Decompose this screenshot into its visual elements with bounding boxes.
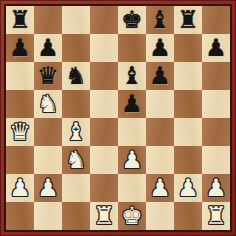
square-g4[interactable] bbox=[174, 118, 202, 146]
square-d6[interactable] bbox=[90, 62, 118, 90]
square-a6[interactable] bbox=[6, 62, 34, 90]
square-g8[interactable]: ♜ bbox=[174, 6, 202, 34]
square-h8[interactable] bbox=[202, 6, 230, 34]
square-a5[interactable] bbox=[6, 90, 34, 118]
white-pawn[interactable]: ♟ bbox=[205, 174, 227, 202]
square-f5[interactable] bbox=[146, 90, 174, 118]
square-a7[interactable]: ♟ bbox=[6, 34, 34, 62]
square-h7[interactable]: ♟ bbox=[202, 34, 230, 62]
square-f2[interactable]: ♟ bbox=[146, 174, 174, 202]
square-d8[interactable] bbox=[90, 6, 118, 34]
square-a2[interactable]: ♟ bbox=[6, 174, 34, 202]
square-e3[interactable]: ♟ bbox=[118, 146, 146, 174]
square-d1[interactable]: ♜ bbox=[90, 202, 118, 230]
black-pawn[interactable]: ♟ bbox=[149, 34, 171, 62]
square-f6[interactable]: ♟ bbox=[146, 62, 174, 90]
square-d7[interactable] bbox=[90, 34, 118, 62]
white-rook[interactable]: ♜ bbox=[93, 202, 115, 230]
black-bishop[interactable]: ♝ bbox=[121, 62, 143, 90]
square-a1[interactable] bbox=[6, 202, 34, 230]
square-c6[interactable]: ♞ bbox=[62, 62, 90, 90]
square-e8[interactable]: ♚ bbox=[118, 6, 146, 34]
white-bishop[interactable]: ♝ bbox=[65, 118, 87, 146]
square-g3[interactable] bbox=[174, 146, 202, 174]
black-king[interactable]: ♚ bbox=[121, 6, 143, 34]
square-c2[interactable] bbox=[62, 174, 90, 202]
square-e4[interactable] bbox=[118, 118, 146, 146]
square-b8[interactable] bbox=[34, 6, 62, 34]
square-a8[interactable]: ♜ bbox=[6, 6, 34, 34]
square-e2[interactable] bbox=[118, 174, 146, 202]
square-f4[interactable] bbox=[146, 118, 174, 146]
square-h3[interactable] bbox=[202, 146, 230, 174]
square-c4[interactable]: ♝ bbox=[62, 118, 90, 146]
black-bishop[interactable]: ♝ bbox=[149, 6, 171, 34]
board-frame: ♜♚♝♜♟♟♟♟♛♞♝♟♞♟♛♝♞♟♟♟♟♟♟♜♚♜ bbox=[0, 0, 236, 236]
black-pawn[interactable]: ♟ bbox=[37, 34, 59, 62]
square-c5[interactable] bbox=[62, 90, 90, 118]
square-d2[interactable] bbox=[90, 174, 118, 202]
white-king[interactable]: ♚ bbox=[121, 202, 143, 230]
white-knight[interactable]: ♞ bbox=[65, 146, 87, 174]
white-pawn[interactable]: ♟ bbox=[177, 174, 199, 202]
square-b4[interactable] bbox=[34, 118, 62, 146]
square-d4[interactable] bbox=[90, 118, 118, 146]
square-a3[interactable] bbox=[6, 146, 34, 174]
square-e1[interactable]: ♚ bbox=[118, 202, 146, 230]
square-c8[interactable] bbox=[62, 6, 90, 34]
black-rook[interactable]: ♜ bbox=[177, 6, 199, 34]
square-f7[interactable]: ♟ bbox=[146, 34, 174, 62]
square-g7[interactable] bbox=[174, 34, 202, 62]
square-h5[interactable] bbox=[202, 90, 230, 118]
square-e5[interactable]: ♟ bbox=[118, 90, 146, 118]
square-c1[interactable] bbox=[62, 202, 90, 230]
black-rook[interactable]: ♜ bbox=[9, 6, 31, 34]
square-g6[interactable] bbox=[174, 62, 202, 90]
square-c3[interactable]: ♞ bbox=[62, 146, 90, 174]
square-b7[interactable]: ♟ bbox=[34, 34, 62, 62]
white-rook[interactable]: ♜ bbox=[205, 202, 227, 230]
square-c7[interactable] bbox=[62, 34, 90, 62]
square-h6[interactable] bbox=[202, 62, 230, 90]
square-h2[interactable]: ♟ bbox=[202, 174, 230, 202]
white-pawn[interactable]: ♟ bbox=[149, 174, 171, 202]
square-a4[interactable]: ♛ bbox=[6, 118, 34, 146]
black-queen[interactable]: ♛ bbox=[37, 62, 59, 90]
square-b5[interactable]: ♞ bbox=[34, 90, 62, 118]
square-f3[interactable] bbox=[146, 146, 174, 174]
black-pawn[interactable]: ♟ bbox=[149, 62, 171, 90]
square-e6[interactable]: ♝ bbox=[118, 62, 146, 90]
black-pawn[interactable]: ♟ bbox=[121, 90, 143, 118]
square-b6[interactable]: ♛ bbox=[34, 62, 62, 90]
square-h1[interactable]: ♜ bbox=[202, 202, 230, 230]
square-g1[interactable] bbox=[174, 202, 202, 230]
chess-board: ♜♚♝♜♟♟♟♟♛♞♝♟♞♟♛♝♞♟♟♟♟♟♟♜♚♜ bbox=[4, 4, 232, 232]
square-f1[interactable] bbox=[146, 202, 174, 230]
black-pawn[interactable]: ♟ bbox=[205, 34, 227, 62]
square-g2[interactable]: ♟ bbox=[174, 174, 202, 202]
white-pawn[interactable]: ♟ bbox=[9, 174, 31, 202]
square-h4[interactable] bbox=[202, 118, 230, 146]
square-f8[interactable]: ♝ bbox=[146, 6, 174, 34]
square-b1[interactable] bbox=[34, 202, 62, 230]
white-knight[interactable]: ♞ bbox=[37, 90, 59, 118]
square-d5[interactable] bbox=[90, 90, 118, 118]
black-knight[interactable]: ♞ bbox=[65, 62, 87, 90]
white-pawn[interactable]: ♟ bbox=[121, 146, 143, 174]
black-pawn[interactable]: ♟ bbox=[9, 34, 31, 62]
square-b2[interactable]: ♟ bbox=[34, 174, 62, 202]
square-d3[interactable] bbox=[90, 146, 118, 174]
square-e7[interactable] bbox=[118, 34, 146, 62]
square-b3[interactable] bbox=[34, 146, 62, 174]
white-pawn[interactable]: ♟ bbox=[37, 174, 59, 202]
square-g5[interactable] bbox=[174, 90, 202, 118]
white-queen[interactable]: ♛ bbox=[9, 118, 31, 146]
